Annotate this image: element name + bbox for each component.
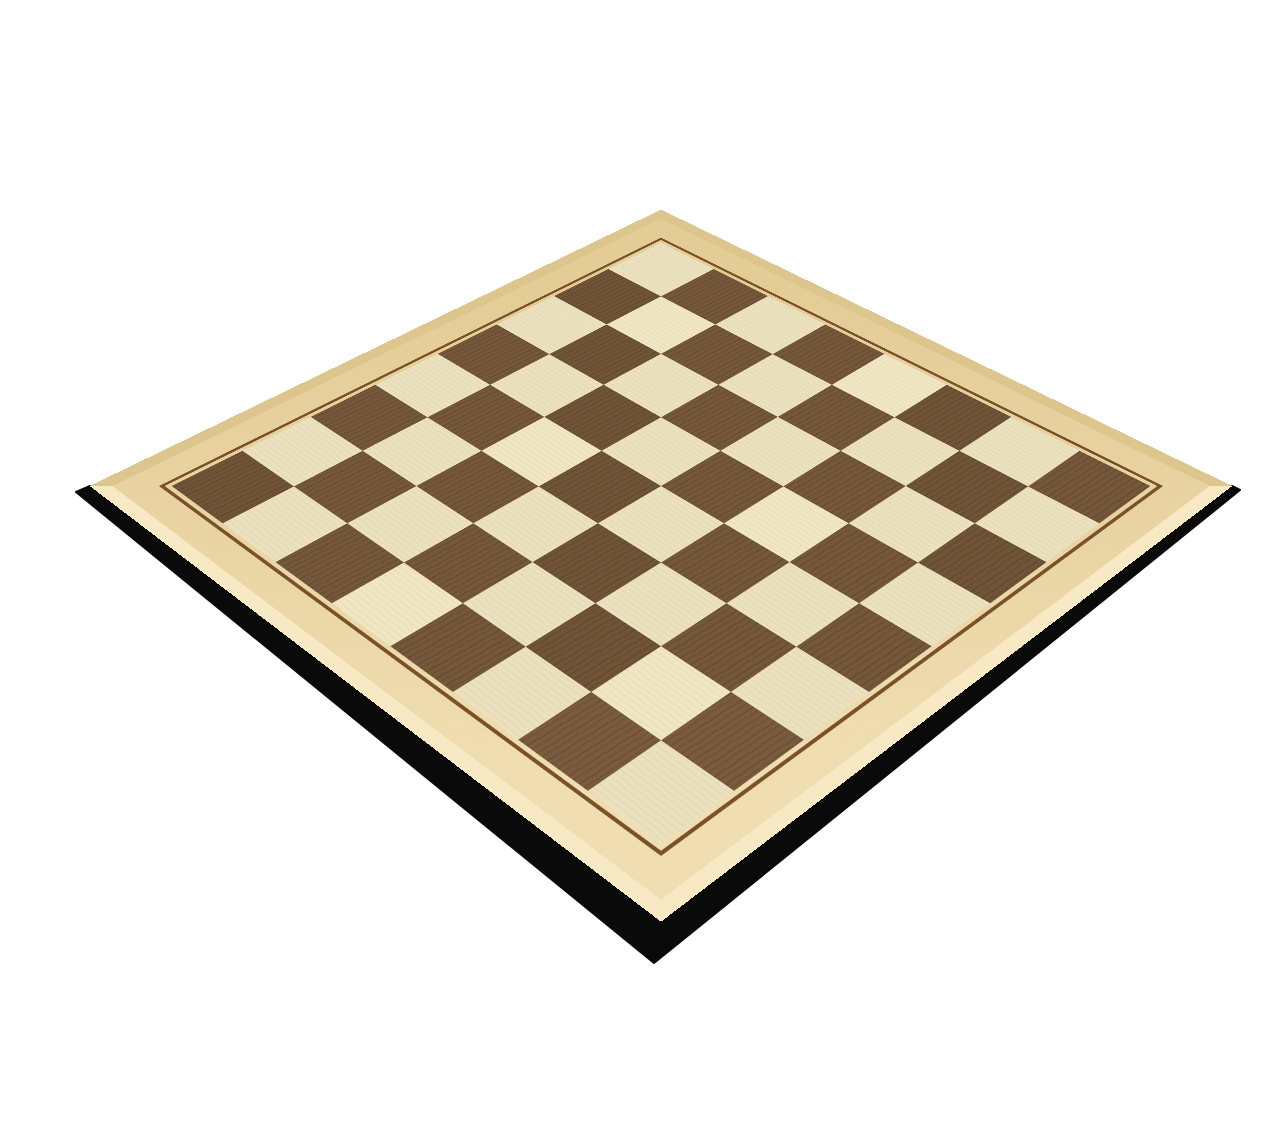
photo-canvas	[0, 0, 1280, 1143]
